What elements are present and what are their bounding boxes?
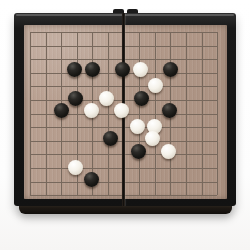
grid-line	[155, 32, 156, 195]
black-stone[interactable]	[103, 131, 118, 146]
white-stone[interactable]	[145, 131, 160, 146]
go-board	[14, 13, 236, 206]
white-stone[interactable]	[68, 160, 83, 175]
white-stone[interactable]	[161, 144, 176, 159]
white-stone[interactable]	[84, 103, 99, 118]
white-stone[interactable]	[133, 62, 148, 77]
product-photo-background	[0, 0, 250, 250]
board-grid[interactable]	[24, 25, 227, 199]
black-stone[interactable]	[163, 62, 178, 77]
black-stone[interactable]	[85, 62, 100, 77]
white-stone[interactable]	[114, 103, 129, 118]
black-stone[interactable]	[68, 91, 83, 106]
grid-line	[139, 32, 140, 195]
black-stone[interactable]	[134, 91, 149, 106]
white-stone[interactable]	[148, 78, 163, 93]
white-stone[interactable]	[130, 119, 145, 134]
grid-line	[186, 32, 187, 195]
black-stone[interactable]	[115, 62, 130, 77]
white-stone[interactable]	[99, 91, 114, 106]
grid-line	[202, 32, 203, 195]
black-stone[interactable]	[54, 103, 69, 118]
grid-line	[217, 32, 218, 195]
black-stone[interactable]	[84, 172, 99, 187]
black-stone[interactable]	[67, 62, 82, 77]
black-stone[interactable]	[131, 144, 146, 159]
black-stone[interactable]	[162, 103, 177, 118]
